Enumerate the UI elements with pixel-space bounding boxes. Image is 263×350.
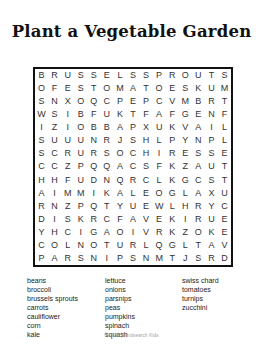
grid-cell-r5c13: A [192, 121, 205, 134]
grid-cell-r12c6: C [100, 213, 113, 226]
grid-cell-r11c12: H [179, 200, 192, 213]
grid-cell-r3c11: V [166, 95, 179, 108]
grid-cell-r9c5: D [87, 174, 100, 187]
grid-cell-r14c14: A [205, 239, 218, 252]
grid-cell-r7c6: S [100, 147, 113, 160]
grid-cell-r12c9: V [140, 213, 153, 226]
grid-cell-r5c14: I [205, 121, 218, 134]
grid-cell-r8c5: Q [87, 160, 100, 173]
grid-cell-r10c2: I [48, 187, 61, 200]
grid-cell-r2c14: U [205, 82, 218, 95]
grid-cell-r5c1: I [35, 121, 48, 134]
grid-cell-r12c10: E [153, 213, 166, 226]
grid-cell-r4c9: F [140, 108, 153, 121]
grid-cell-r7c10: I [153, 147, 166, 160]
grid-cell-r3c6: C [100, 95, 113, 108]
grid-cell-r1c8: S [126, 69, 139, 82]
grid-cell-r3c9: P [140, 95, 153, 108]
grid-cell-r14c8: R [126, 239, 139, 252]
grid-cell-r10c1: A [35, 187, 48, 200]
grid-cell-r10c9: E [140, 187, 153, 200]
grid-cell-r4c3: I [61, 108, 74, 121]
grid-cell-r5c3: I [61, 121, 74, 134]
grid-cell-r12c7: F [113, 213, 126, 226]
grid-cell-r2c9: T [140, 82, 153, 95]
grid-cell-r5c10: U [153, 121, 166, 134]
grid-cell-r8c8: C [126, 160, 139, 173]
grid-cell-r4c10: A [153, 108, 166, 121]
grid-cell-r1c4: S [74, 69, 87, 82]
grid-cell-r6c11: P [166, 134, 179, 147]
grid-cell-r15c15: D [218, 252, 231, 265]
grid-cell-r12c8: A [126, 213, 139, 226]
grid-cell-r6c7: J [113, 134, 126, 147]
grid-cell-r4c7: K [113, 108, 126, 121]
grid-cell-r14c12: L [179, 239, 192, 252]
grid-cell-r10c14: X [205, 187, 218, 200]
word-list-item: lettuce [105, 276, 135, 285]
grid-cell-r5c6: B [100, 121, 113, 134]
grid-cell-r9c12: G [179, 174, 192, 187]
grid-cell-r15c10: M [153, 252, 166, 265]
word-list-item: onions [105, 285, 135, 294]
grid-cell-r3c1: S [35, 95, 48, 108]
word-search-grid: BRUSSELSSPROUTSOFESTOMATOESKUMSNXOQCPEPC… [33, 67, 233, 267]
grid-cell-r15c2: A [48, 252, 61, 265]
grid-cell-r3c14: R [205, 95, 218, 108]
grid-cell-r7c14: S [205, 147, 218, 160]
grid-cell-r2c7: M [113, 82, 126, 95]
grid-cell-r10c6: K [100, 187, 113, 200]
grid-cell-r4c11: F [166, 108, 179, 121]
grid-cell-r7c7: O [113, 147, 126, 160]
grid-cell-r6c14: P [205, 134, 218, 147]
grid-cell-r8c2: C [48, 160, 61, 173]
grid-cell-r9c11: K [166, 174, 179, 187]
grid-cell-r3c12: M [179, 95, 192, 108]
grid-cell-r14c1: C [35, 239, 48, 252]
grid-cell-r4c1: W [35, 108, 48, 121]
grid-cell-r6c9: H [140, 134, 153, 147]
grid-cell-r7c9: H [140, 147, 153, 160]
grid-cell-r1c6: E [100, 69, 113, 82]
grid-cell-r15c4: S [74, 252, 87, 265]
grid-cell-r5c11: K [166, 121, 179, 134]
grid-cell-r8c14: U [205, 160, 218, 173]
grid-cell-r8c12: Z [179, 160, 192, 173]
word-list-item: cauliflower [27, 312, 78, 321]
grid-cell-r13c8: I [126, 226, 139, 239]
grid-cell-r3c7: P [113, 95, 126, 108]
grid-cell-r13c3: C [61, 226, 74, 239]
grid-cell-r15c12: J [179, 252, 192, 265]
grid-cell-r15c5: N [87, 252, 100, 265]
grid-cell-r2c8: A [126, 82, 139, 95]
grid-cell-r7c5: R [87, 147, 100, 160]
word-list-item: tomatoes [182, 285, 219, 294]
grid-cell-r5c7: A [113, 121, 126, 134]
grid-cell-r6c10: L [153, 134, 166, 147]
grid-cell-r2c13: K [192, 82, 205, 95]
grid-cell-r5c15: L [218, 121, 231, 134]
word-list-item: broccoli [27, 285, 78, 294]
grid-cell-r11c2: N [48, 200, 61, 213]
grid-cell-r14c11: G [166, 239, 179, 252]
word-list-column-3: swiss chardtomatoesturnipszucchini [182, 276, 219, 312]
grid-cell-r11c11: L [166, 200, 179, 213]
grid-cell-r5c8: P [126, 121, 139, 134]
copyright-text: © 2018 Wordsearch Kids [0, 333, 263, 338]
grid-cell-r7c3: R [61, 147, 74, 160]
grid-cell-r12c1: D [35, 213, 48, 226]
grid-cell-r8c15: T [218, 160, 231, 173]
grid-cell-r13c2: H [48, 226, 61, 239]
grid-cell-r15c14: R [205, 252, 218, 265]
grid-cell-r8c7: A [113, 160, 126, 173]
grid-cell-r11c8: U [126, 200, 139, 213]
grid-cell-r6c3: U [61, 134, 74, 147]
grid-cell-r14c4: N [74, 239, 87, 252]
grid-cell-r11c10: W [153, 200, 166, 213]
grid-cell-r2c6: O [100, 82, 113, 95]
grid-cell-r1c10: P [153, 69, 166, 82]
grid-cell-r11c4: P [74, 200, 87, 213]
grid-cell-r9c4: U [74, 174, 87, 187]
grid-cell-r9c13: C [192, 174, 205, 187]
grid-cell-r14c7: U [113, 239, 126, 252]
grid-cell-r5c5: B [87, 121, 100, 134]
grid-cell-r9c15: T [218, 174, 231, 187]
grid-cell-r14c6: T [100, 239, 113, 252]
grid-cell-r1c13: U [192, 69, 205, 82]
grid-cell-r14c5: O [87, 239, 100, 252]
grid-cell-r3c10: C [153, 95, 166, 108]
grid-cell-r6c15: L [218, 134, 231, 147]
grid-cell-r10c11: G [166, 187, 179, 200]
grid-cell-r8c11: K [166, 160, 179, 173]
grid-cell-r15c7: P [113, 252, 126, 265]
grid-cell-r2c12: S [179, 82, 192, 95]
grid-cell-r6c12: Y [179, 134, 192, 147]
word-list-item: zucchini [182, 303, 219, 312]
grid-cell-r15c6: I [100, 252, 113, 265]
grid-cell-r9c9: C [140, 174, 153, 187]
grid-cell-r4c6: U [100, 108, 113, 121]
grid-cell-r8c6: Q [100, 160, 113, 173]
grid-cell-r1c14: T [205, 69, 218, 82]
grid-cell-r12c4: K [74, 213, 87, 226]
grid-cell-r2c15: M [218, 82, 231, 95]
grid-cell-r1c2: R [48, 69, 61, 82]
grid-cell-r14c15: V [218, 239, 231, 252]
grid-cell-r12c5: R [87, 213, 100, 226]
grid-cell-r15c11: T [166, 252, 179, 265]
grid-cell-r10c15: U [218, 187, 231, 200]
grid-cell-r12c15: E [218, 213, 231, 226]
grid-cell-r15c3: R [61, 252, 74, 265]
grid-cell-r9c7: Q [113, 174, 126, 187]
grid-cell-r1c3: U [61, 69, 74, 82]
grid-cell-r6c4: U [74, 134, 87, 147]
grid-cell-r3c3: X [61, 95, 74, 108]
grid-cell-r4c4: B [74, 108, 87, 121]
grid-cell-r13c5: G [87, 226, 100, 239]
grid-cell-r2c4: S [74, 82, 87, 95]
grid-cell-r3c2: N [48, 95, 61, 108]
grid-cell-r14c9: L [140, 239, 153, 252]
grid-cell-r10c3: M [61, 187, 74, 200]
grid-cell-r10c8: L [126, 187, 139, 200]
grid-cell-r1c7: L [113, 69, 126, 82]
grid-cell-r11c15: C [218, 200, 231, 213]
grid-cell-r6c13: N [192, 134, 205, 147]
word-list-item: swiss chard [182, 276, 219, 285]
grid-cell-r7c8: C [126, 147, 139, 160]
word-list-item: brussels sprouts [27, 294, 78, 303]
grid-cell-r11c5: Q [87, 200, 100, 213]
grid-cell-r8c10: F [153, 160, 166, 173]
grid-cell-r13c1: Y [35, 226, 48, 239]
grid-cell-r12c2: I [48, 213, 61, 226]
grid-cell-r12c11: K [166, 213, 179, 226]
grid-cell-r11c13: R [192, 200, 205, 213]
grid-cell-r11c3: Z [61, 200, 74, 213]
word-list-item: turnips [182, 294, 219, 303]
grid-cell-r4c15: F [218, 108, 231, 121]
grid-cell-r7c12: E [179, 147, 192, 160]
grid-cell-r7c11: R [166, 147, 179, 160]
grid-cell-r10c7: A [113, 187, 126, 200]
grid-cell-r10c5: I [87, 187, 100, 200]
word-list-item: spinach [105, 321, 135, 330]
grid-cell-r7c15: E [218, 147, 231, 160]
grid-cell-r3c15: T [218, 95, 231, 108]
grid-cell-r13c7: O [113, 226, 126, 239]
grid-cell-r5c9: X [140, 121, 153, 134]
grid-cell-r6c2: U [48, 134, 61, 147]
grid-cell-r10c12: L [179, 187, 192, 200]
grid-cell-r8c3: Z [61, 160, 74, 173]
word-list-item: beans [27, 276, 78, 285]
grid-cell-r14c2: O [48, 239, 61, 252]
grid-cell-r4c12: G [179, 108, 192, 121]
grid-cell-r7c2: C [48, 147, 61, 160]
grid-cell-r9c2: H [48, 174, 61, 187]
grid-cell-r3c8: E [126, 95, 139, 108]
grid-cell-r4c2: S [48, 108, 61, 121]
word-list-item: carrots [27, 303, 78, 312]
grid-cell-r2c10: O [153, 82, 166, 95]
grid-cell-r13c4: I [74, 226, 87, 239]
grid-cell-r13c14: K [205, 226, 218, 239]
word-list-item: pumpkins [105, 312, 135, 321]
grid-cell-r11c14: Y [205, 200, 218, 213]
word-list-item: peas [105, 303, 135, 312]
grid-cell-r6c1: S [35, 134, 48, 147]
grid-cell-r3c4: O [74, 95, 87, 108]
grid-cell-r12c12: I [179, 213, 192, 226]
word-list-item: parsnips [105, 294, 135, 303]
grid-cell-r13c10: R [153, 226, 166, 239]
grid-cell-r1c1: B [35, 69, 48, 82]
grid-cell-r8c1: C [35, 160, 48, 173]
grid-cell-r10c13: A [192, 187, 205, 200]
grid-cell-r10c4: M [74, 187, 87, 200]
grid-cell-r14c13: T [192, 239, 205, 252]
grid-cell-r3c5: Q [87, 95, 100, 108]
grid-cell-r1c9: S [140, 69, 153, 82]
grid-cell-r4c14: N [205, 108, 218, 121]
word-list-column-2: lettuceonionsparsnipspeaspumpkinsspinach… [105, 276, 135, 339]
grid-cell-r15c1: P [35, 252, 48, 265]
grid-cell-r11c6: T [100, 200, 113, 213]
grid-cell-r15c9: N [140, 252, 153, 265]
grid-cell-r7c13: S [192, 147, 205, 160]
grid-cell-r13c11: K [166, 226, 179, 239]
grid-cell-r15c13: S [192, 252, 205, 265]
grid-cell-r4c13: E [192, 108, 205, 121]
grid-cell-r5c2: Z [48, 121, 61, 134]
grid-cell-r8c4: P [74, 160, 87, 173]
grid-cell-r2c11: E [166, 82, 179, 95]
grid-cell-r14c3: L [61, 239, 74, 252]
grid-cell-r1c11: R [166, 69, 179, 82]
grid-cell-r14c10: Q [153, 239, 166, 252]
grid-cell-r12c13: R [192, 213, 205, 226]
grid-cell-r13c13: O [192, 226, 205, 239]
grid-cell-r2c2: F [48, 82, 61, 95]
word-list-column-1: beansbroccolibrussels sproutscarrotscaul… [27, 276, 78, 339]
grid-cell-r15c8: S [126, 252, 139, 265]
grid-cell-r13c12: Z [179, 226, 192, 239]
grid-cell-r9c10: L [153, 174, 166, 187]
grid-cell-r6c6: R [100, 134, 113, 147]
grid-cell-r12c14: U [205, 213, 218, 226]
grid-cell-r8c13: A [192, 160, 205, 173]
grid-cell-r8c9: S [140, 160, 153, 173]
grid-cell-r11c1: R [35, 200, 48, 213]
grid-cell-r3c13: B [192, 95, 205, 108]
grid-cell-r9c6: N [100, 174, 113, 187]
grid-cell-r2c3: E [61, 82, 74, 95]
grid-cell-r1c5: S [87, 69, 100, 82]
grid-cell-r13c6: A [100, 226, 113, 239]
grid-cell-r9c1: H [35, 174, 48, 187]
grid-cell-r7c1: S [35, 147, 48, 160]
grid-cell-r2c5: T [87, 82, 100, 95]
grid-cell-r1c15: S [218, 69, 231, 82]
puzzle-title: Plant a Vegetable Garden [0, 22, 263, 41]
grid-cell-r5c12: V [179, 121, 192, 134]
grid-cell-r12c3: S [61, 213, 74, 226]
worksheet-page: Plant a Vegetable Garden BRUSSELSSPROUTS… [0, 0, 263, 350]
word-list-item: corn [27, 321, 78, 330]
grid-cell-r6c5: N [87, 134, 100, 147]
grid-cell-r13c15: E [218, 226, 231, 239]
grid-cell-r1c12: O [179, 69, 192, 82]
grid-cell-r2c1: O [35, 82, 48, 95]
grid-cell-r11c9: E [140, 200, 153, 213]
grid-cell-r7c4: U [74, 147, 87, 160]
grid-cell-r4c8: T [126, 108, 139, 121]
grid-cell-r9c8: R [126, 174, 139, 187]
grid-cell-r5c4: O [74, 121, 87, 134]
grid-cell-r13c9: V [140, 226, 153, 239]
grid-cell-r9c3: F [61, 174, 74, 187]
grid-cell-r11c7: Y [113, 200, 126, 213]
grid-cell-r9c14: S [205, 174, 218, 187]
grid-cell-r4c5: F [87, 108, 100, 121]
grid-cell-r6c8: S [126, 134, 139, 147]
grid-cell-r10c10: O [153, 187, 166, 200]
